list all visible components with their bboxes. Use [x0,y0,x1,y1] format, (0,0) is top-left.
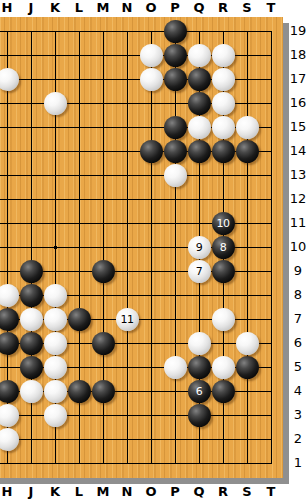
stone-white-S6[interactable] [236,332,259,355]
move-number: 8 [220,242,227,253]
stone-white-Q9[interactable]: 7 [188,260,211,283]
stone-white-R5[interactable] [212,356,235,379]
stone-black-P19[interactable] [164,20,187,43]
stone-white-K6[interactable] [44,332,67,355]
stone-white-R7[interactable] [212,308,235,331]
stone-black-Q3[interactable] [188,404,211,427]
column-label-bottom-M: M [91,484,115,500]
stone-white-J4[interactable] [20,380,43,403]
row-label-11: 11 [287,214,308,232]
stone-white-P13[interactable] [164,164,187,187]
column-label-bottom-T: T [259,484,283,500]
column-label-bottom-R: R [211,484,235,500]
stone-white-K3[interactable] [44,404,67,427]
column-label-top-L: L [67,0,91,16]
row-label-19: 19 [287,22,308,40]
row-label-1: 1 [287,454,308,472]
column-label-bottom-H: H [0,484,19,500]
stone-white-K16[interactable] [44,92,67,115]
row-label-12: 12 [287,190,308,208]
column-label-top-T: T [259,0,283,16]
column-label-top-N: N [115,0,139,16]
stone-black-Q16[interactable] [188,92,211,115]
row-label-9: 9 [287,262,308,280]
row-label-8: 8 [287,286,308,304]
stone-black-S14[interactable] [236,140,259,163]
stone-black-J5[interactable] [20,356,43,379]
stone-black-Q4[interactable]: 6 [188,380,211,403]
go-board-viewer: HJKLMNOPQRST HJKLMNOPQRST 19181716151413… [0,0,308,500]
stone-black-P18[interactable] [164,44,187,67]
stone-white-N7[interactable]: 11 [116,308,139,331]
stone-white-H17[interactable] [0,68,19,91]
grid-line-h-3 [0,415,272,416]
column-label-bottom-O: O [139,484,163,500]
stone-white-H8[interactable] [0,284,19,307]
row-label-10: 10 [287,238,308,256]
row-label-4: 4 [287,382,308,400]
stone-black-Q14[interactable] [188,140,211,163]
stone-white-K7[interactable] [44,308,67,331]
stone-black-P14[interactable] [164,140,187,163]
row-label-2: 2 [287,430,308,448]
row-label-17: 17 [287,70,308,88]
move-number: 10 [217,218,230,229]
stone-white-S15[interactable] [236,116,259,139]
stone-black-M9[interactable] [92,260,115,283]
stone-white-O17[interactable] [140,68,163,91]
stone-black-R11[interactable]: 10 [212,212,235,235]
stone-black-R9[interactable] [212,260,235,283]
column-label-top-K: K [43,0,67,16]
stone-white-K4[interactable] [44,380,67,403]
move-number: 9 [196,242,203,253]
column-label-bottom-P: P [163,484,187,500]
stone-white-R16[interactable] [212,92,235,115]
row-label-6: 6 [287,334,308,352]
stone-black-O14[interactable] [140,140,163,163]
stone-white-Q6[interactable] [188,332,211,355]
column-label-bottom-Q: Q [187,484,211,500]
column-label-bottom-N: N [115,484,139,500]
column-label-top-S: S [235,0,259,16]
stone-black-R10[interactable]: 8 [212,236,235,259]
move-number: 6 [196,386,203,397]
stone-white-Q10[interactable]: 9 [188,236,211,259]
stone-white-R15[interactable] [212,116,235,139]
stone-black-L4[interactable] [68,380,91,403]
column-label-bottom-L: L [67,484,91,500]
column-label-bottom-J: J [19,484,43,500]
stone-white-R17[interactable] [212,68,235,91]
stone-black-H4[interactable] [0,380,19,403]
row-label-15: 15 [287,118,308,136]
stone-black-S5[interactable] [236,356,259,379]
row-label-16: 16 [287,94,308,112]
stone-black-M4[interactable] [92,380,115,403]
row-label-3: 3 [287,406,308,424]
grid-line-h-13 [0,175,272,176]
star-point-K10 [54,246,57,249]
column-label-top-O: O [139,0,163,16]
stone-black-Q5[interactable] [188,356,211,379]
row-label-18: 18 [287,46,308,64]
stone-black-R14[interactable] [212,140,235,163]
grid-line-h-2 [0,439,272,440]
stone-white-R18[interactable] [212,44,235,67]
stone-black-P17[interactable] [164,68,187,91]
stone-black-M6[interactable] [92,332,115,355]
stone-black-L7[interactable] [68,308,91,331]
stone-black-H6[interactable] [0,332,19,355]
row-label-13: 13 [287,166,308,184]
column-label-top-Q: Q [187,0,211,16]
stone-white-H3[interactable] [0,404,19,427]
stone-black-J8[interactable] [20,284,43,307]
stone-black-J6[interactable] [20,332,43,355]
column-label-bottom-S: S [235,484,259,500]
row-label-7: 7 [287,310,308,328]
column-label-top-J: J [19,0,43,16]
stone-white-Q15[interactable] [188,116,211,139]
stone-white-K5[interactable] [44,356,67,379]
row-label-5: 5 [287,358,308,376]
stone-white-H2[interactable] [0,428,19,451]
stone-black-R4[interactable] [212,380,235,403]
column-label-top-M: M [91,0,115,16]
stone-white-O18[interactable] [140,44,163,67]
stone-black-Q17[interactable] [188,68,211,91]
stone-white-P5[interactable] [164,356,187,379]
stone-white-K8[interactable] [44,284,67,307]
stone-white-Q18[interactable] [188,44,211,67]
move-number: 11 [121,314,134,325]
stone-black-P15[interactable] [164,116,187,139]
grid-line-h-1 [0,463,272,464]
grid-line-h-12 [0,199,272,200]
stone-black-H7[interactable] [0,308,19,331]
column-label-top-H: H [0,0,19,16]
grid-line-h-19 [0,31,272,32]
column-label-top-P: P [163,0,187,16]
column-label-top-R: R [211,0,235,16]
column-label-bottom-K: K [43,484,67,500]
row-label-14: 14 [287,142,308,160]
stone-white-J7[interactable] [20,308,43,331]
stone-black-J9[interactable] [20,260,43,283]
move-number: 7 [196,266,203,277]
